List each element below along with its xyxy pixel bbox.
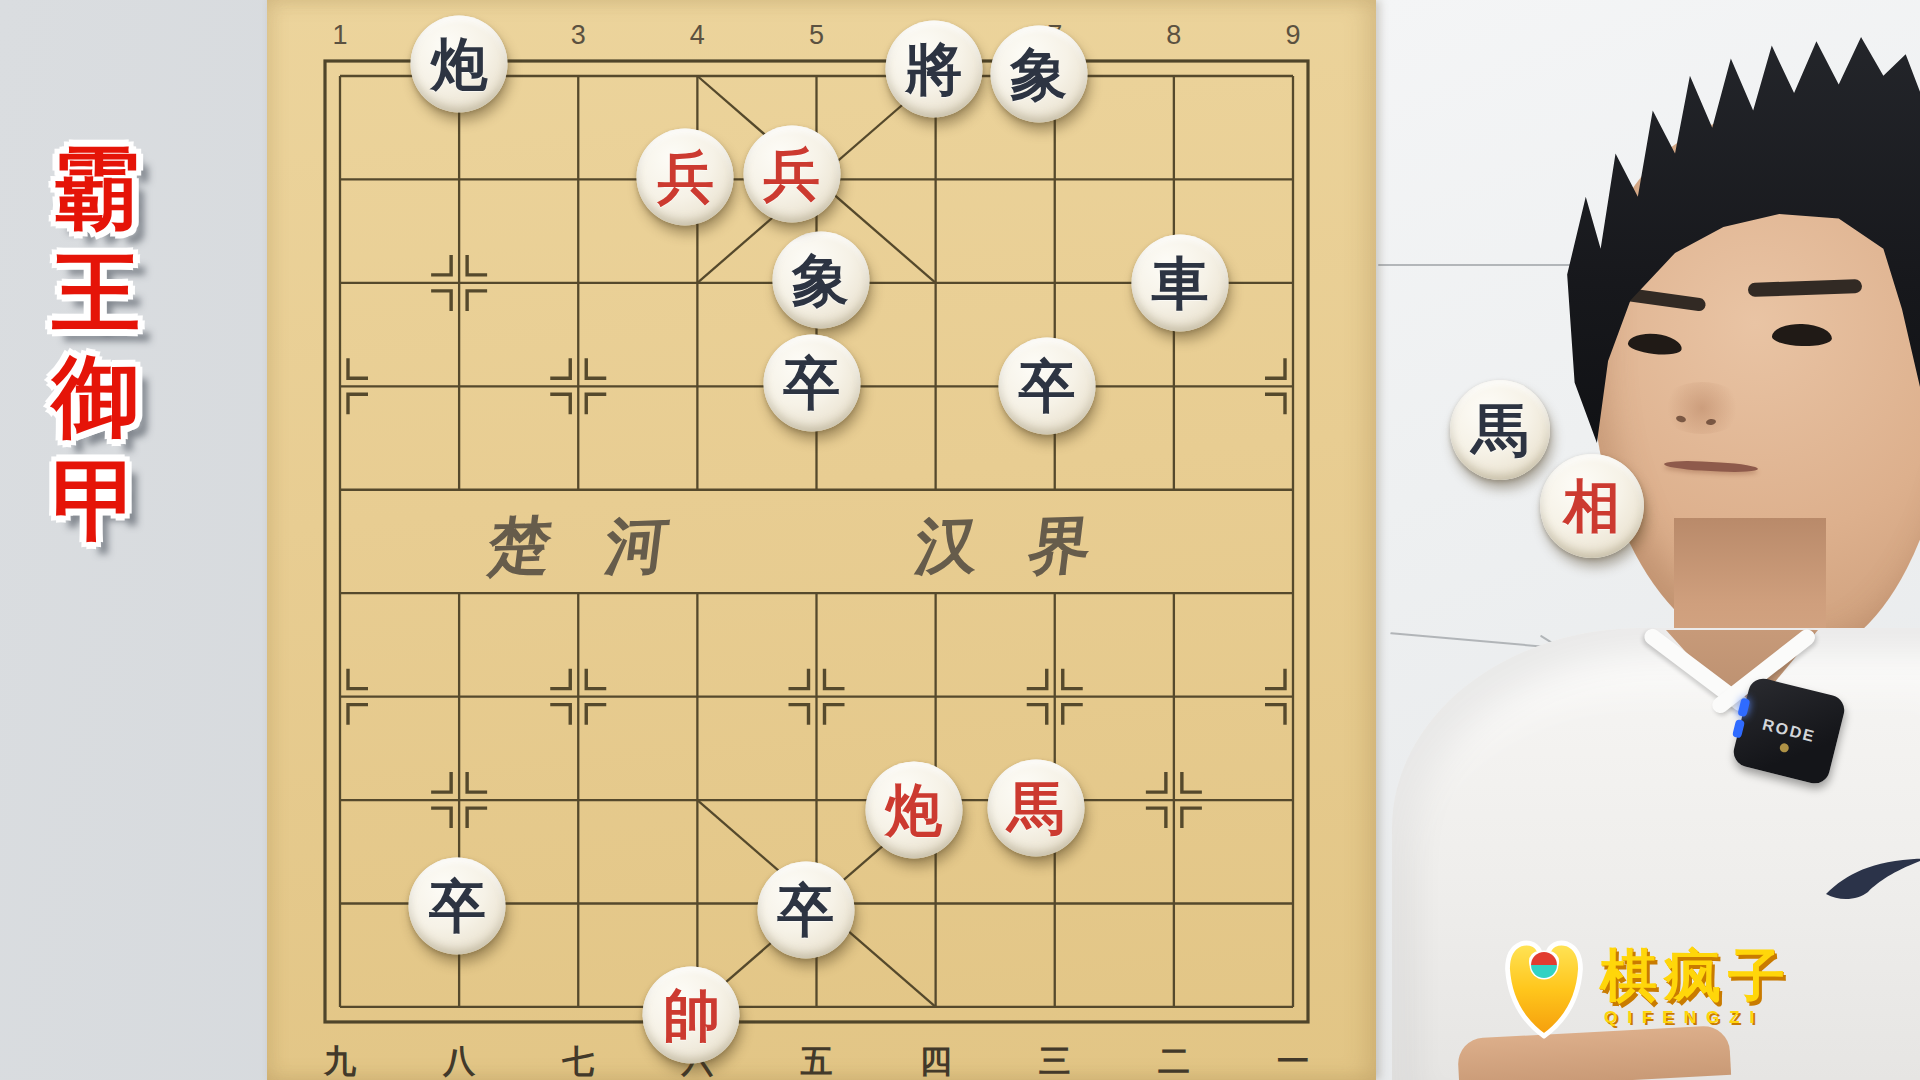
mic-brand-label: RODE <box>1761 716 1818 747</box>
piece-black-elephant[interactable]: 象 <box>990 26 1087 123</box>
piece-glyph: 卒 <box>1018 358 1075 415</box>
piece-black-cannon[interactable]: 炮 <box>411 16 508 113</box>
piece-black-horse[interactable]: 馬 <box>1450 380 1550 480</box>
shirt-brand-swoosh-icon <box>1822 854 1920 906</box>
piece-black-soldier[interactable]: 卒 <box>763 335 860 432</box>
title-banner: 霸 王 御 甲 <box>40 138 152 554</box>
piece-glyph: 卒 <box>783 355 840 412</box>
channel-logo-icon <box>1496 936 1592 1042</box>
piece-glyph: 馬 <box>1472 402 1529 459</box>
banner-char: 御 <box>40 346 152 450</box>
piece-glyph: 兵 <box>657 149 714 206</box>
piece-glyph: 馬 <box>1007 780 1064 837</box>
channel-name-latin: QIFENGZI <box>1604 1008 1764 1028</box>
piece-black-elephant[interactable]: 象 <box>772 231 869 328</box>
piece-glyph: 車 <box>1151 254 1208 311</box>
piece-glyph: 相 <box>1564 478 1621 535</box>
mic-indicator-icon <box>1779 742 1790 753</box>
banner-char: 甲 <box>40 450 152 554</box>
piece-glyph: 炮 <box>431 36 488 93</box>
presenter-nose <box>1660 382 1744 434</box>
piece-black-soldier[interactable]: 卒 <box>757 861 854 958</box>
piece-black-soldier[interactable]: 卒 <box>998 338 1095 435</box>
piece-glyph: 帥 <box>663 986 720 1043</box>
piece-red-general[interactable]: 帥 <box>643 966 740 1063</box>
presenter: RODE <box>0 0 1920 1080</box>
banner-char: 霸 <box>40 138 152 242</box>
piece-red-horse[interactable]: 馬 <box>987 760 1084 857</box>
piece-red-soldier[interactable]: 兵 <box>637 129 734 226</box>
piece-black-chariot[interactable]: 車 <box>1131 234 1228 331</box>
piece-black-general[interactable]: 將 <box>885 21 982 118</box>
banner-char: 王 <box>40 242 152 346</box>
piece-red-soldier[interactable]: 兵 <box>743 126 840 223</box>
piece-glyph: 將 <box>905 41 962 98</box>
piece-glyph: 象 <box>1010 46 1067 103</box>
piece-red-elephant[interactable]: 相 <box>1540 454 1644 558</box>
piece-glyph: 卒 <box>777 881 834 938</box>
piece-glyph: 卒 <box>429 877 486 934</box>
channel-name: 棋疯子 <box>1600 938 1900 1015</box>
piece-red-cannon[interactable]: 炮 <box>865 762 962 859</box>
channel-logo: 棋疯子 QIFENGZI <box>1496 936 1592 1046</box>
piece-glyph: 炮 <box>885 782 942 839</box>
video-frame: 霸 王 御 甲 123456789九八七六五四三二一楚河汉界 炮將象象車卒卒兵兵… <box>0 0 1920 1080</box>
piece-glyph: 兵 <box>763 146 820 203</box>
piece-glyph: 象 <box>792 251 849 308</box>
piece-black-soldier[interactable]: 卒 <box>409 857 506 954</box>
